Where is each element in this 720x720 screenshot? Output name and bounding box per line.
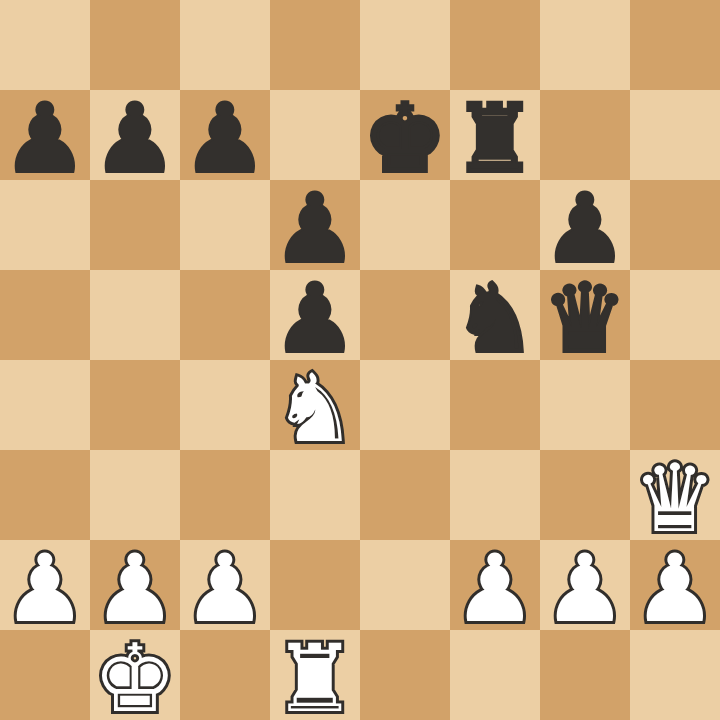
square-f2[interactable]: ♟♟ (450, 540, 540, 630)
square-d5[interactable]: ♟♟ (270, 270, 360, 360)
square-c5[interactable] (180, 270, 270, 360)
piece-white-king[interactable]: ♚♚ (90, 630, 180, 720)
piece-black-pawn[interactable]: ♟♟ (270, 180, 360, 270)
square-b7[interactable]: ♟♟ (90, 90, 180, 180)
square-f7[interactable]: ♜♜ (450, 90, 540, 180)
square-b2[interactable]: ♟♟ (90, 540, 180, 630)
square-d8[interactable] (270, 0, 360, 90)
square-e4[interactable] (360, 360, 450, 450)
square-c1[interactable] (180, 630, 270, 720)
square-c7[interactable]: ♟♟ (180, 90, 270, 180)
square-f5[interactable]: ♞♞ (450, 270, 540, 360)
knight-icon: ♞ (453, 272, 537, 366)
square-g4[interactable] (540, 360, 630, 450)
rook-icon: ♜ (453, 92, 537, 186)
square-f1[interactable] (450, 630, 540, 720)
square-e6[interactable] (360, 180, 450, 270)
square-d1[interactable]: ♜♜ (270, 630, 360, 720)
piece-white-rook[interactable]: ♜♜ (270, 630, 360, 720)
piece-white-pawn[interactable]: ♟♟ (450, 540, 540, 630)
king-icon: ♚ (363, 92, 447, 186)
rook-icon: ♜ (273, 632, 357, 720)
square-h1[interactable] (630, 630, 720, 720)
square-g6[interactable]: ♟♟ (540, 180, 630, 270)
piece-black-king[interactable]: ♚♚ (360, 90, 450, 180)
pawn-icon: ♟ (3, 92, 87, 186)
square-a2[interactable]: ♟♟ (0, 540, 90, 630)
square-a6[interactable] (0, 180, 90, 270)
square-h7[interactable] (630, 90, 720, 180)
pawn-icon: ♟ (273, 182, 357, 276)
square-f8[interactable] (450, 0, 540, 90)
square-e3[interactable] (360, 450, 450, 540)
pawn-icon: ♟ (93, 542, 177, 636)
pawn-icon: ♟ (93, 92, 177, 186)
square-c6[interactable] (180, 180, 270, 270)
square-f6[interactable] (450, 180, 540, 270)
square-g5[interactable]: ♛♛ (540, 270, 630, 360)
square-h5[interactable] (630, 270, 720, 360)
piece-black-queen[interactable]: ♛♛ (540, 270, 630, 360)
square-d3[interactable] (270, 450, 360, 540)
piece-black-knight[interactable]: ♞♞ (450, 270, 540, 360)
square-g3[interactable] (540, 450, 630, 540)
piece-white-pawn[interactable]: ♟♟ (630, 540, 720, 630)
square-c2[interactable]: ♟♟ (180, 540, 270, 630)
square-a3[interactable] (0, 450, 90, 540)
piece-black-pawn[interactable]: ♟♟ (540, 180, 630, 270)
piece-white-pawn[interactable]: ♟♟ (90, 540, 180, 630)
piece-black-pawn[interactable]: ♟♟ (90, 90, 180, 180)
square-f3[interactable] (450, 450, 540, 540)
square-f4[interactable] (450, 360, 540, 450)
knight-icon: ♞ (273, 362, 357, 456)
piece-white-knight[interactable]: ♞♞ (270, 360, 360, 450)
square-b8[interactable] (90, 0, 180, 90)
square-h2[interactable]: ♟♟ (630, 540, 720, 630)
pawn-icon: ♟ (273, 272, 357, 366)
piece-white-pawn[interactable]: ♟♟ (540, 540, 630, 630)
pawn-icon: ♟ (183, 542, 267, 636)
pawn-icon: ♟ (453, 542, 537, 636)
square-e1[interactable] (360, 630, 450, 720)
square-b1[interactable]: ♚♚ (90, 630, 180, 720)
square-a4[interactable] (0, 360, 90, 450)
square-a5[interactable] (0, 270, 90, 360)
queen-icon: ♛ (543, 272, 627, 366)
square-h4[interactable] (630, 360, 720, 450)
square-e5[interactable] (360, 270, 450, 360)
piece-black-pawn[interactable]: ♟♟ (270, 270, 360, 360)
square-a1[interactable] (0, 630, 90, 720)
piece-black-rook[interactable]: ♜♜ (450, 90, 540, 180)
queen-icon: ♛ (633, 452, 717, 546)
square-d2[interactable] (270, 540, 360, 630)
piece-black-pawn[interactable]: ♟♟ (0, 90, 90, 180)
pawn-icon: ♟ (183, 92, 267, 186)
square-b4[interactable] (90, 360, 180, 450)
square-h8[interactable] (630, 0, 720, 90)
square-g1[interactable] (540, 630, 630, 720)
square-e8[interactable] (360, 0, 450, 90)
pawn-icon: ♟ (633, 542, 717, 636)
piece-white-pawn[interactable]: ♟♟ (180, 540, 270, 630)
square-c4[interactable] (180, 360, 270, 450)
square-b5[interactable] (90, 270, 180, 360)
square-h6[interactable] (630, 180, 720, 270)
pawn-icon: ♟ (543, 182, 627, 276)
square-d7[interactable] (270, 90, 360, 180)
square-h3[interactable]: ♛♛ (630, 450, 720, 540)
king-icon: ♚ (93, 632, 177, 720)
square-g2[interactable]: ♟♟ (540, 540, 630, 630)
square-a8[interactable] (0, 0, 90, 90)
square-b3[interactable] (90, 450, 180, 540)
piece-white-pawn[interactable]: ♟♟ (0, 540, 90, 630)
pawn-icon: ♟ (543, 542, 627, 636)
square-c8[interactable] (180, 0, 270, 90)
square-d4[interactable]: ♞♞ (270, 360, 360, 450)
square-b6[interactable] (90, 180, 180, 270)
piece-black-pawn[interactable]: ♟♟ (180, 90, 270, 180)
square-d6[interactable]: ♟♟ (270, 180, 360, 270)
square-g7[interactable] (540, 90, 630, 180)
piece-white-queen[interactable]: ♛♛ (630, 450, 720, 540)
square-c3[interactable] (180, 450, 270, 540)
square-g8[interactable] (540, 0, 630, 90)
square-e7[interactable]: ♚♚ (360, 90, 450, 180)
pawn-icon: ♟ (3, 542, 87, 636)
square-a7[interactable]: ♟♟ (0, 90, 90, 180)
chess-board: ♟♟♟♟♟♟♚♚♜♜♟♟♟♟♟♟♞♞♛♛♞♞♛♛♟♟♟♟♟♟♟♟♟♟♟♟♚♚♜♜ (0, 0, 720, 720)
square-e2[interactable] (360, 540, 450, 630)
